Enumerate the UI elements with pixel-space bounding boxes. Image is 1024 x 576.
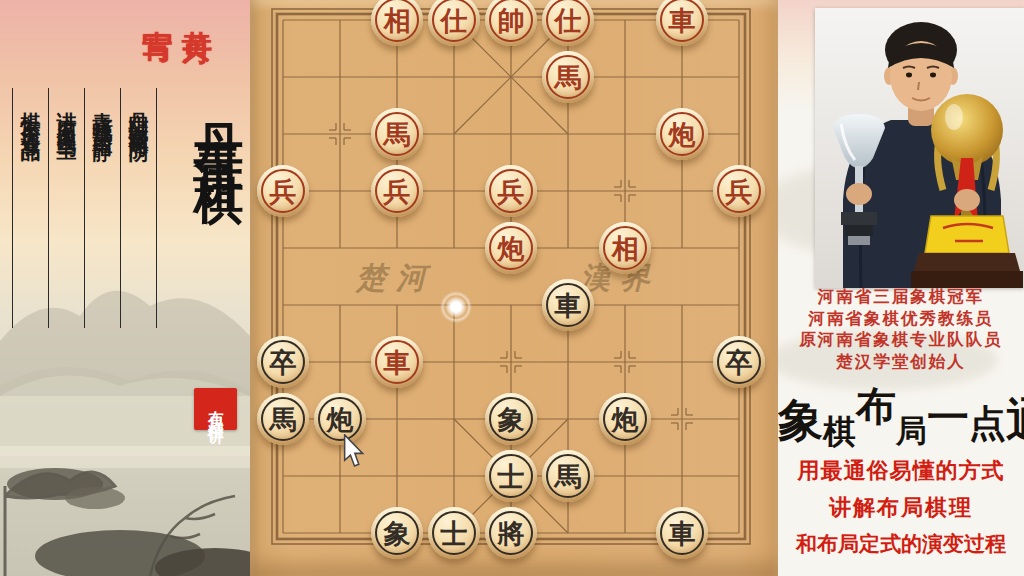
piece-black-馬[interactable]: 馬 (542, 450, 594, 502)
piece-glyph: 車 (546, 283, 590, 327)
piece-black-將[interactable]: 將 (485, 507, 537, 559)
credential-line: 河南省象棋优秀教练员 (778, 308, 1024, 330)
piece-red-兵[interactable]: 兵 (713, 165, 765, 217)
piece-red-車[interactable]: 車 (371, 336, 423, 388)
piece-glyph: 帥 (489, 0, 533, 42)
piece-glyph: 車 (660, 511, 704, 555)
piece-glyph: 仕 (432, 0, 476, 42)
piece-red-仕[interactable]: 仕 (542, 0, 594, 46)
poem-columns: 丹阳城南秋海阴 青嶂浅深当雨静 讲席旧逢山鸟至 棋玄不厌通高品 (12, 88, 157, 328)
slogan-line: 讲解布局棋理 (778, 493, 1024, 523)
piece-glyph: 相 (603, 226, 647, 270)
seal-right: 黄丹 (182, 6, 214, 16)
piece-red-相[interactable]: 相 (599, 222, 651, 274)
slogan-line: 用最通俗易懂的方式 (778, 456, 1024, 486)
credential-line: 河南省三届象棋冠军 (778, 286, 1024, 308)
piece-red-兵[interactable]: 兵 (485, 165, 537, 217)
left-decor-panel: 青写 黄丹 丹青讲棋 丹阳城南秋海阴 青嶂浅深当雨静 讲席旧逢山鸟至 棋玄不厌通… (0, 0, 250, 576)
presenter-portrait-art (815, 8, 1024, 288)
piece-glyph: 仕 (546, 0, 590, 42)
piece-glyph: 士 (432, 511, 476, 555)
piece-red-馬[interactable]: 馬 (542, 51, 594, 103)
piece-glyph: 將 (489, 511, 533, 555)
piece-glyph: 炮 (489, 226, 533, 270)
poem-column-2: 青嶂浅深当雨静 (84, 88, 120, 328)
piece-black-車[interactable]: 車 (656, 507, 708, 559)
piece-glyph: 馬 (546, 55, 590, 99)
piece-glyph: 兵 (261, 169, 305, 213)
piece-glyph: 卒 (261, 340, 305, 384)
piece-black-馬[interactable]: 馬 (257, 393, 309, 445)
artist-seals: 青写 黄丹 (142, 6, 213, 16)
piece-black-士[interactable]: 士 (428, 507, 480, 559)
piece-glyph: 士 (489, 454, 533, 498)
poem-column-4: 棋玄不厌通高品 (12, 88, 48, 328)
show-title: 丹青讲棋 (194, 84, 244, 152)
poem-column-3: 讲席旧逢山鸟至 (48, 88, 84, 328)
piece-red-車[interactable]: 車 (656, 0, 708, 46)
piece-red-兵[interactable]: 兵 (257, 165, 309, 217)
slogan-line: 和布局定式的演变过程 (778, 530, 1024, 558)
presenter-photo (815, 8, 1024, 288)
seal-left: 青写 (142, 6, 174, 16)
piece-glyph: 兵 (489, 169, 533, 213)
piece-red-炮[interactable]: 炮 (485, 222, 537, 274)
poem-column-1: 丹阳城南秋海阴 (120, 88, 156, 328)
course-brand-title: 象棋布局一点通 (778, 390, 1024, 452)
piece-black-車[interactable]: 車 (542, 279, 594, 331)
piece-red-兵[interactable]: 兵 (371, 165, 423, 217)
series-badge: 布局精讲 (194, 388, 237, 430)
piece-glyph: 車 (660, 0, 704, 42)
video-frame: 青写 黄丹 丹青讲棋 丹阳城南秋海阴 青嶂浅深当雨静 讲席旧逢山鸟至 棋玄不厌通… (0, 0, 1024, 576)
piece-red-帥[interactable]: 帥 (485, 0, 537, 46)
xiangqi-board[interactable]: 楚河 漢界 相仕帥仕車馬馬炮兵兵兵兵炮相車車卒卒馬炮象炮士馬象士將車 (250, 0, 778, 576)
credentials-list: 河南省三届象棋冠军 河南省象棋优秀教练员 原河南省象棋专业队队员 楚汉学堂创始人 (778, 286, 1024, 372)
piece-glyph: 象 (489, 397, 533, 441)
credential-line: 原河南省象棋专业队队员 (778, 329, 1024, 351)
course-slogan: 用最通俗易懂的方式 讲解布局棋理 和布局定式的演变过程 (778, 456, 1024, 558)
piece-black-象[interactable]: 象 (485, 393, 537, 445)
piece-glyph: 馬 (375, 112, 419, 156)
piece-glyph: 卒 (717, 340, 761, 384)
piece-red-相[interactable]: 相 (371, 0, 423, 46)
piece-black-象[interactable]: 象 (371, 507, 423, 559)
piece-red-炮[interactable]: 炮 (656, 108, 708, 160)
piece-glyph: 相 (375, 0, 419, 42)
piece-red-馬[interactable]: 馬 (371, 108, 423, 160)
piece-black-炮[interactable]: 炮 (599, 393, 651, 445)
piece-glyph: 馬 (546, 454, 590, 498)
right-info-panel: 河南省三届象棋冠军 河南省象棋优秀教练员 原河南省象棋专业队队员 楚汉学堂创始人… (778, 0, 1024, 576)
piece-glyph: 炮 (603, 397, 647, 441)
piece-red-仕[interactable]: 仕 (428, 0, 480, 46)
piece-black-卒[interactable]: 卒 (713, 336, 765, 388)
credential-line: 楚汉学堂创始人 (778, 351, 1024, 373)
piece-glyph: 炮 (660, 112, 704, 156)
move-highlight-sparkle (436, 287, 476, 327)
pieces-layer: 相仕帥仕車馬馬炮兵兵兵兵炮相車車卒卒馬炮象炮士馬象士將車 (250, 0, 778, 576)
piece-glyph: 兵 (717, 169, 761, 213)
piece-glyph: 馬 (261, 397, 305, 441)
mouse-cursor-icon (342, 434, 366, 468)
piece-black-卒[interactable]: 卒 (257, 336, 309, 388)
piece-glyph: 車 (375, 340, 419, 384)
piece-glyph: 象 (375, 511, 419, 555)
piece-black-士[interactable]: 士 (485, 450, 537, 502)
piece-glyph: 兵 (375, 169, 419, 213)
